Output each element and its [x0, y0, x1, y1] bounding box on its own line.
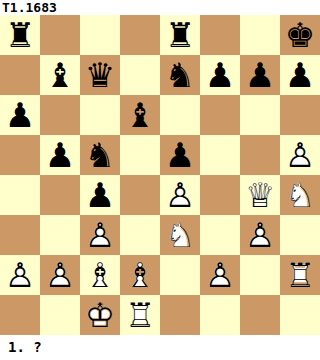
white-pawn: ♟♙ — [160, 175, 200, 215]
black-pawn: ♟ — [160, 135, 200, 175]
square-e7[interactable]: ♞ — [160, 55, 200, 95]
white-pawn: ♟♙ — [0, 255, 40, 295]
square-c1[interactable]: ♚♔ — [80, 295, 120, 335]
white-bishop: ♝♗ — [80, 255, 120, 295]
square-c3[interactable]: ♟♙ — [80, 215, 120, 255]
square-f8[interactable] — [200, 15, 240, 55]
square-a4[interactable] — [0, 175, 40, 215]
square-g3[interactable]: ♟♙ — [240, 215, 280, 255]
square-f4[interactable] — [200, 175, 240, 215]
square-b6[interactable] — [40, 95, 80, 135]
square-e4[interactable]: ♟♙ — [160, 175, 200, 215]
square-d8[interactable] — [120, 15, 160, 55]
square-f1[interactable] — [200, 295, 240, 335]
square-a5[interactable] — [0, 135, 40, 175]
square-h2[interactable]: ♜♖ — [280, 255, 320, 295]
black-pawn: ♟ — [0, 95, 40, 135]
square-d6[interactable]: ♝ — [120, 95, 160, 135]
square-g6[interactable] — [240, 95, 280, 135]
square-e8[interactable]: ♜ — [160, 15, 200, 55]
square-c7[interactable]: ♛ — [80, 55, 120, 95]
black-rook: ♜ — [0, 15, 40, 55]
square-h3[interactable] — [280, 215, 320, 255]
square-c4[interactable]: ♟ — [80, 175, 120, 215]
square-d3[interactable] — [120, 215, 160, 255]
square-a1[interactable] — [0, 295, 40, 335]
square-b4[interactable] — [40, 175, 80, 215]
black-bishop: ♝ — [120, 95, 160, 135]
black-rook: ♜ — [160, 15, 200, 55]
square-b7[interactable]: ♝ — [40, 55, 80, 95]
square-f7[interactable]: ♟ — [200, 55, 240, 95]
white-rook: ♜♖ — [120, 295, 160, 335]
square-a8[interactable]: ♜ — [0, 15, 40, 55]
black-pawn: ♟ — [280, 55, 320, 95]
square-g7[interactable]: ♟ — [240, 55, 280, 95]
square-d7[interactable] — [120, 55, 160, 95]
white-pawn: ♟♙ — [200, 255, 240, 295]
square-d5[interactable] — [120, 135, 160, 175]
square-c5[interactable]: ♞ — [80, 135, 120, 175]
square-a7[interactable] — [0, 55, 40, 95]
square-f5[interactable] — [200, 135, 240, 175]
white-king: ♚♔ — [80, 295, 120, 335]
black-queen: ♛ — [80, 55, 120, 95]
chess-board: ♜♜♚♝♛♞♟♟♟♟♝♟♞♟♟♙♟♟♙♛♕♞♘♟♙♞♘♟♙♟♙♟♙♝♗♝♗♟♙♜… — [0, 15, 320, 335]
square-f2[interactable]: ♟♙ — [200, 255, 240, 295]
chess-puzzle-app: T1.1683 ♜♜♚♝♛♞♟♟♟♟♝♟♞♟♟♙♟♟♙♛♕♞♘♟♙♞♘♟♙♟♙♟… — [0, 0, 320, 360]
square-h1[interactable] — [280, 295, 320, 335]
white-knight: ♞♘ — [280, 175, 320, 215]
square-h7[interactable]: ♟ — [280, 55, 320, 95]
square-h8[interactable]: ♚ — [280, 15, 320, 55]
square-g8[interactable] — [240, 15, 280, 55]
square-e2[interactable] — [160, 255, 200, 295]
square-b8[interactable] — [40, 15, 80, 55]
square-e1[interactable] — [160, 295, 200, 335]
square-d2[interactable]: ♝♗ — [120, 255, 160, 295]
square-e5[interactable]: ♟ — [160, 135, 200, 175]
white-queen: ♛♕ — [240, 175, 280, 215]
black-pawn: ♟ — [200, 55, 240, 95]
black-bishop: ♝ — [40, 55, 80, 95]
black-pawn: ♟ — [240, 55, 280, 95]
black-knight: ♞ — [80, 135, 120, 175]
puzzle-id-label: T1.1683 — [0, 0, 320, 15]
square-h5[interactable]: ♟♙ — [280, 135, 320, 175]
square-a6[interactable]: ♟ — [0, 95, 40, 135]
white-pawn: ♟♙ — [240, 215, 280, 255]
square-b5[interactable]: ♟ — [40, 135, 80, 175]
square-f3[interactable] — [200, 215, 240, 255]
square-a2[interactable]: ♟♙ — [0, 255, 40, 295]
white-pawn: ♟♙ — [80, 215, 120, 255]
white-pawn: ♟♙ — [280, 135, 320, 175]
black-pawn: ♟ — [40, 135, 80, 175]
square-g5[interactable] — [240, 135, 280, 175]
square-g1[interactable] — [240, 295, 280, 335]
square-c8[interactable] — [80, 15, 120, 55]
square-b3[interactable] — [40, 215, 80, 255]
square-b1[interactable] — [40, 295, 80, 335]
square-f6[interactable] — [200, 95, 240, 135]
black-pawn: ♟ — [80, 175, 120, 215]
square-g2[interactable] — [240, 255, 280, 295]
square-b2[interactable]: ♟♙ — [40, 255, 80, 295]
square-a3[interactable] — [0, 215, 40, 255]
square-g4[interactable]: ♛♕ — [240, 175, 280, 215]
black-knight: ♞ — [160, 55, 200, 95]
white-bishop: ♝♗ — [120, 255, 160, 295]
white-rook: ♜♖ — [280, 255, 320, 295]
white-knight: ♞♘ — [160, 215, 200, 255]
move-prompt-label: 1. ? — [0, 335, 320, 360]
square-c6[interactable] — [80, 95, 120, 135]
square-c2[interactable]: ♝♗ — [80, 255, 120, 295]
black-king: ♚ — [280, 15, 320, 55]
square-d4[interactable] — [120, 175, 160, 215]
white-pawn: ♟♙ — [40, 255, 80, 295]
square-h4[interactable]: ♞♘ — [280, 175, 320, 215]
square-d1[interactable]: ♜♖ — [120, 295, 160, 335]
square-h6[interactable] — [280, 95, 320, 135]
square-e3[interactable]: ♞♘ — [160, 215, 200, 255]
square-e6[interactable] — [160, 95, 200, 135]
